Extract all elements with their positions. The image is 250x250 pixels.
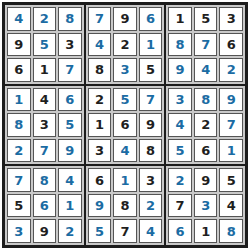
sudoku-cell-r6c1[interactable]: 2 <box>7 139 31 163</box>
sudoku-cell-r3c7[interactable]: 9 <box>168 58 192 82</box>
sudoku-cell-r4c4[interactable]: 2 <box>88 88 112 112</box>
sudoku-cell-r6c4[interactable]: 3 <box>88 139 112 163</box>
sudoku-cell-r2c8[interactable]: 7 <box>194 33 218 57</box>
sudoku-digit: 3 <box>95 144 104 157</box>
sudoku-cell-r4c9[interactable]: 9 <box>219 88 243 112</box>
sudoku-digit: 5 <box>40 38 49 51</box>
sudoku-digit: 4 <box>176 118 185 131</box>
sudoku-digit: 6 <box>120 118 129 131</box>
sudoku-digit: 7 <box>120 225 129 238</box>
sudoku-cell-r8c8[interactable]: 3 <box>194 194 218 218</box>
sudoku-cell-r9c3[interactable]: 2 <box>58 219 82 243</box>
sudoku-box-3: 153876942 <box>166 5 245 84</box>
sudoku-digit: 3 <box>65 38 74 51</box>
sudoku-digit: 9 <box>14 38 23 51</box>
sudoku-digit: 5 <box>146 63 155 76</box>
sudoku-cell-r4c2[interactable]: 4 <box>33 88 57 112</box>
sudoku-cell-r2c7[interactable]: 8 <box>168 33 192 57</box>
sudoku-cell-r3c6[interactable]: 5 <box>139 58 163 82</box>
sudoku-digit: 9 <box>201 174 210 187</box>
sudoku-digit: 8 <box>95 63 104 76</box>
sudoku-box-6: 389427561 <box>166 86 245 165</box>
sudoku-digit: 4 <box>65 174 74 187</box>
sudoku-cell-r4c6[interactable]: 7 <box>139 88 163 112</box>
sudoku-cell-r1c2[interactable]: 2 <box>33 7 57 31</box>
sudoku-digit: 6 <box>14 63 23 76</box>
sudoku-cell-r2c2[interactable]: 5 <box>33 33 57 57</box>
sudoku-digit: 2 <box>120 38 129 51</box>
sudoku-digit: 6 <box>201 144 210 157</box>
sudoku-cell-r4c1[interactable]: 1 <box>7 88 31 112</box>
sudoku-cell-r7c6[interactable]: 3 <box>139 168 163 192</box>
sudoku-digit: 4 <box>14 12 23 25</box>
sudoku-digit: 1 <box>227 144 236 157</box>
sudoku-cell-r5c9[interactable]: 7 <box>219 113 243 137</box>
sudoku-digit: 9 <box>65 144 74 157</box>
sudoku-digit: 3 <box>227 12 236 25</box>
sudoku-cell-r6c8[interactable]: 6 <box>194 139 218 163</box>
sudoku-digit: 1 <box>120 174 129 187</box>
sudoku-cell-r3c1[interactable]: 6 <box>7 58 31 82</box>
sudoku-box-8: 613982574 <box>86 166 165 245</box>
sudoku-cell-r2c3[interactable]: 3 <box>58 33 82 57</box>
sudoku-cell-r1c1[interactable]: 4 <box>7 7 31 31</box>
sudoku-digit: 8 <box>227 225 236 238</box>
sudoku-digit: 3 <box>146 174 155 187</box>
sudoku-digit: 5 <box>227 174 236 187</box>
sudoku-cell-r6c7[interactable]: 5 <box>168 139 192 163</box>
sudoku-digit: 3 <box>201 199 210 212</box>
sudoku-cell-r8c9[interactable]: 4 <box>219 194 243 218</box>
sudoku-box-2: 796421835 <box>86 5 165 84</box>
sudoku-digit: 8 <box>146 144 155 157</box>
sudoku-digit: 7 <box>95 12 104 25</box>
sudoku-digit: 2 <box>146 199 155 212</box>
sudoku-cell-r7c8[interactable]: 9 <box>194 168 218 192</box>
sudoku-digit: 2 <box>95 93 104 106</box>
sudoku-cell-r6c9[interactable]: 1 <box>219 139 243 163</box>
sudoku-cell-r8c1[interactable]: 5 <box>7 194 31 218</box>
sudoku-cell-r8c5[interactable]: 8 <box>113 194 137 218</box>
sudoku-digit: 2 <box>40 12 49 25</box>
sudoku-digit: 3 <box>120 63 129 76</box>
sudoku-cell-r1c6[interactable]: 6 <box>139 7 163 31</box>
sudoku-cell-r9c7[interactable]: 6 <box>168 219 192 243</box>
sudoku-digit: 1 <box>65 199 74 212</box>
sudoku-digit: 2 <box>176 174 185 187</box>
sudoku-box-4: 146835279 <box>5 86 84 165</box>
sudoku-box-1: 428953617 <box>5 5 84 84</box>
sudoku-cell-r3c9[interactable]: 2 <box>219 58 243 82</box>
sudoku-cell-r8c4[interactable]: 9 <box>88 194 112 218</box>
sudoku-cell-r8c6[interactable]: 2 <box>139 194 163 218</box>
sudoku-cell-r3c3[interactable]: 7 <box>58 58 82 82</box>
sudoku-digit: 4 <box>201 63 210 76</box>
sudoku-digit: 6 <box>176 225 185 238</box>
sudoku-cell-r9c2[interactable]: 9 <box>33 219 57 243</box>
sudoku-digit: 3 <box>176 93 185 106</box>
sudoku-cell-r2c1[interactable]: 9 <box>7 33 31 57</box>
sudoku-digit: 8 <box>40 174 49 187</box>
sudoku-screenshot: 4289536177964218351538769421468352792571… <box>0 0 250 250</box>
sudoku-digit: 9 <box>120 12 129 25</box>
sudoku-cell-r5c7[interactable]: 4 <box>168 113 192 137</box>
sudoku-cell-r6c5[interactable]: 4 <box>113 139 137 163</box>
sudoku-cell-r1c4[interactable]: 7 <box>88 7 112 31</box>
sudoku-digit: 5 <box>14 199 23 212</box>
sudoku-digit: 2 <box>227 63 236 76</box>
sudoku-cell-r2c4[interactable]: 4 <box>88 33 112 57</box>
sudoku-digit: 5 <box>120 93 129 106</box>
sudoku-digit: 3 <box>14 225 23 238</box>
sudoku-cell-r1c3[interactable]: 8 <box>58 7 82 31</box>
sudoku-cell-r3c4[interactable]: 8 <box>88 58 112 82</box>
sudoku-digit: 9 <box>40 225 49 238</box>
sudoku-cell-r5c5[interactable]: 6 <box>113 113 137 137</box>
sudoku-digit: 1 <box>176 12 185 25</box>
sudoku-digit: 4 <box>40 93 49 106</box>
sudoku-digit: 9 <box>227 93 236 106</box>
sudoku-cell-r1c9[interactable]: 3 <box>219 7 243 31</box>
sudoku-cell-r7c2[interactable]: 8 <box>33 168 57 192</box>
sudoku-digit: 5 <box>95 225 104 238</box>
sudoku-digit: 8 <box>65 12 74 25</box>
sudoku-cell-r7c3[interactable]: 4 <box>58 168 82 192</box>
sudoku-cell-r9c9[interactable]: 8 <box>219 219 243 243</box>
sudoku-box-9: 295734618 <box>166 166 245 245</box>
sudoku-digit: 1 <box>95 118 104 131</box>
sudoku-cell-r5c4[interactable]: 1 <box>88 113 112 137</box>
sudoku-cell-r5c6[interactable]: 9 <box>139 113 163 137</box>
sudoku-digit: 4 <box>227 199 236 212</box>
sudoku-digit: 1 <box>201 225 210 238</box>
sudoku-digit: 4 <box>146 225 155 238</box>
sudoku-digit: 8 <box>201 93 210 106</box>
sudoku-cell-r5c2[interactable]: 3 <box>33 113 57 137</box>
sudoku-cell-r7c4[interactable]: 6 <box>88 168 112 192</box>
sudoku-cell-r4c5[interactable]: 5 <box>113 88 137 112</box>
sudoku-digit: 4 <box>95 38 104 51</box>
sudoku-cell-r6c6[interactable]: 8 <box>139 139 163 163</box>
sudoku-box-7: 784561392 <box>5 166 84 245</box>
sudoku-cell-r9c6[interactable]: 4 <box>139 219 163 243</box>
sudoku-digit: 6 <box>227 38 236 51</box>
sudoku-cell-r2c5[interactable]: 2 <box>113 33 137 57</box>
sudoku-cell-r2c9[interactable]: 6 <box>219 33 243 57</box>
sudoku-cell-r4c3[interactable]: 6 <box>58 88 82 112</box>
sudoku-cell-r5c1[interactable]: 8 <box>7 113 31 137</box>
sudoku-cell-r7c1[interactable]: 7 <box>7 168 31 192</box>
sudoku-cell-r2c6[interactable]: 1 <box>139 33 163 57</box>
sudoku-digit: 7 <box>14 174 23 187</box>
sudoku-cell-r4c7[interactable]: 3 <box>168 88 192 112</box>
sudoku-digit: 6 <box>95 174 104 187</box>
sudoku-cell-r7c5[interactable]: 1 <box>113 168 137 192</box>
sudoku-cell-r1c7[interactable]: 1 <box>168 7 192 31</box>
sudoku-cell-r8c7[interactable]: 7 <box>168 194 192 218</box>
sudoku-cell-r5c8[interactable]: 2 <box>194 113 218 137</box>
sudoku-digit: 6 <box>40 199 49 212</box>
sudoku-cell-r9c5[interactable]: 7 <box>113 219 137 243</box>
sudoku-digit: 8 <box>176 38 185 51</box>
sudoku-digit: 8 <box>120 199 129 212</box>
sudoku-digit: 2 <box>201 118 210 131</box>
sudoku-digit: 7 <box>176 199 185 212</box>
sudoku-digit: 7 <box>146 93 155 106</box>
sudoku-cell-r9c1[interactable]: 3 <box>7 219 31 243</box>
sudoku-digit: 5 <box>176 144 185 157</box>
sudoku-digit: 8 <box>14 118 23 131</box>
sudoku-digit: 7 <box>40 144 49 157</box>
sudoku-cell-r1c5[interactable]: 9 <box>113 7 137 31</box>
sudoku-digit: 7 <box>201 38 210 51</box>
sudoku-cell-r4c8[interactable]: 8 <box>194 88 218 112</box>
sudoku-box-5: 257169348 <box>86 86 165 165</box>
sudoku-cell-r8c2[interactable]: 6 <box>33 194 57 218</box>
sudoku-cell-r6c3[interactable]: 9 <box>58 139 82 163</box>
sudoku-digit: 7 <box>65 63 74 76</box>
sudoku-digit: 7 <box>227 118 236 131</box>
sudoku-cell-r3c8[interactable]: 4 <box>194 58 218 82</box>
sudoku-digit: 1 <box>40 63 49 76</box>
sudoku-digit: 4 <box>120 144 129 157</box>
sudoku-digit: 6 <box>65 93 74 106</box>
sudoku-digit: 5 <box>201 12 210 25</box>
sudoku-cell-r6c2[interactable]: 7 <box>33 139 57 163</box>
sudoku-digit: 9 <box>146 118 155 131</box>
sudoku-digit: 2 <box>65 225 74 238</box>
sudoku-cell-r9c4[interactable]: 5 <box>88 219 112 243</box>
sudoku-cell-r8c3[interactable]: 1 <box>58 194 82 218</box>
sudoku-cell-r3c5[interactable]: 3 <box>113 58 137 82</box>
sudoku-cell-r1c8[interactable]: 5 <box>194 7 218 31</box>
sudoku-cell-r3c2[interactable]: 1 <box>33 58 57 82</box>
sudoku-digit: 2 <box>14 144 23 157</box>
sudoku-digit: 9 <box>176 63 185 76</box>
sudoku-digit: 3 <box>40 118 49 131</box>
sudoku-cell-r9c8[interactable]: 1 <box>194 219 218 243</box>
sudoku-digit: 9 <box>95 199 104 212</box>
sudoku-digit: 6 <box>146 12 155 25</box>
sudoku-cell-r7c9[interactable]: 5 <box>219 168 243 192</box>
sudoku-board: 4289536177964218351538769421468352792571… <box>2 2 248 248</box>
sudoku-cell-r7c7[interactable]: 2 <box>168 168 192 192</box>
sudoku-digit: 5 <box>65 118 74 131</box>
sudoku-digit: 1 <box>146 38 155 51</box>
sudoku-digit: 1 <box>14 93 23 106</box>
sudoku-cell-r5c3[interactable]: 5 <box>58 113 82 137</box>
